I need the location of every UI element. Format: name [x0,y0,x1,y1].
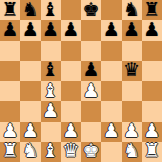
square-a8[interactable]: ♜ [0,0,20,20]
black-pawn-icon: ♟ [83,61,100,80]
square-f3[interactable] [101,101,121,121]
square-h1[interactable]: ♜ [142,142,162,162]
black-bishop-icon: ♝ [42,0,59,19]
square-c6[interactable] [41,41,61,61]
black-rook-icon: ♜ [2,0,19,19]
square-f4[interactable] [101,81,121,101]
square-e7[interactable] [81,20,101,40]
square-a6[interactable] [0,41,20,61]
square-a7[interactable]: ♟ [0,20,20,40]
white-pawn-icon: ♟ [123,122,140,141]
black-pawn-icon: ♟ [143,20,160,39]
square-g3[interactable] [122,101,142,121]
square-d6[interactable] [61,41,81,61]
black-pawn-icon: ♟ [42,20,59,39]
square-e8[interactable]: ♚ [81,0,101,20]
square-g5[interactable]: ♛ [122,61,142,81]
square-b7[interactable]: ♟ [20,20,40,40]
square-d3[interactable] [61,101,81,121]
square-d8[interactable] [61,0,81,20]
square-e2[interactable] [81,122,101,142]
white-pawn-icon: ♟ [143,122,160,141]
square-c2[interactable] [41,122,61,142]
square-g1[interactable]: ♞ [122,142,142,162]
square-a3[interactable] [0,101,20,121]
square-e3[interactable] [81,101,101,121]
square-e6[interactable] [81,41,101,61]
square-e5[interactable]: ♟ [81,61,101,81]
white-pawn-icon: ♟ [2,122,19,141]
square-c1[interactable]: ♝ [41,142,61,162]
square-c8[interactable]: ♝ [41,0,61,20]
white-rook-icon: ♜ [2,142,19,161]
square-h3[interactable] [142,101,162,121]
square-a2[interactable]: ♟ [0,122,20,142]
square-h8[interactable]: ♜ [142,0,162,20]
square-f6[interactable] [101,41,121,61]
square-a1[interactable]: ♜ [0,142,20,162]
black-queen-icon: ♛ [123,61,140,80]
square-c4[interactable]: ♝ [41,81,61,101]
black-knight-icon: ♞ [123,0,140,19]
square-c5[interactable]: ♝ [41,61,61,81]
black-rook-icon: ♜ [143,0,160,19]
square-h7[interactable]: ♟ [142,20,162,40]
white-knight-icon: ♞ [22,142,39,161]
square-f7[interactable]: ♟ [101,20,121,40]
square-g2[interactable]: ♟ [122,122,142,142]
white-queen-icon: ♛ [62,142,79,161]
square-a5[interactable] [0,61,20,81]
white-pawn-icon: ♟ [42,101,59,120]
black-pawn-icon: ♟ [103,20,120,39]
square-h6[interactable] [142,41,162,61]
black-bishop-icon: ♝ [42,61,59,80]
white-bishop-icon: ♝ [42,81,59,100]
black-pawn-icon: ♟ [22,20,39,39]
square-h5[interactable] [142,61,162,81]
white-pawn-icon: ♟ [103,122,120,141]
square-g8[interactable]: ♞ [122,0,142,20]
square-g4[interactable] [122,81,142,101]
black-pawn-icon: ♟ [123,20,140,39]
square-d4[interactable] [61,81,81,101]
chess-board: ♜♞♝♚♞♜♟♟♟♟♟♟♟♝♟♛♝♟♟♟♟♟♟♟♟♜♞♝♛♚♞♜ [0,0,162,162]
white-knight-icon: ♞ [123,142,140,161]
square-b6[interactable] [20,41,40,61]
square-d5[interactable] [61,61,81,81]
square-b5[interactable] [20,61,40,81]
square-c7[interactable]: ♟ [41,20,61,40]
square-h4[interactable] [142,81,162,101]
square-b2[interactable]: ♟ [20,122,40,142]
square-e1[interactable]: ♚ [81,142,101,162]
white-rook-icon: ♜ [143,142,160,161]
square-b4[interactable] [20,81,40,101]
square-h2[interactable]: ♟ [142,122,162,142]
square-g7[interactable]: ♟ [122,20,142,40]
white-pawn-icon: ♟ [22,122,39,141]
square-b3[interactable] [20,101,40,121]
black-pawn-icon: ♟ [62,20,79,39]
white-pawn-icon: ♟ [83,81,100,100]
black-pawn-icon: ♟ [2,20,19,39]
square-f2[interactable]: ♟ [101,122,121,142]
square-b8[interactable]: ♞ [20,0,40,20]
square-e4[interactable]: ♟ [81,81,101,101]
square-a4[interactable] [0,81,20,101]
square-d7[interactable]: ♟ [61,20,81,40]
white-pawn-icon: ♟ [62,122,79,141]
square-f1[interactable] [101,142,121,162]
black-king-icon: ♚ [83,0,100,19]
black-knight-icon: ♞ [22,0,39,19]
square-f8[interactable] [101,0,121,20]
white-king-icon: ♚ [83,142,100,161]
square-d1[interactable]: ♛ [61,142,81,162]
square-g6[interactable] [122,41,142,61]
white-bishop-icon: ♝ [42,142,59,161]
square-d2[interactable]: ♟ [61,122,81,142]
square-f5[interactable] [101,61,121,81]
square-b1[interactable]: ♞ [20,142,40,162]
square-c3[interactable]: ♟ [41,101,61,121]
